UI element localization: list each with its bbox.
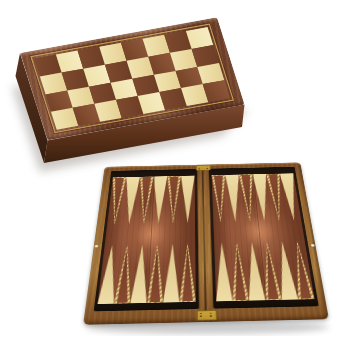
backgammon-left-half — [94, 169, 200, 311]
fold-seam — [202, 167, 207, 311]
point-triangle — [180, 176, 195, 224]
backgammon-point-solid — [130, 244, 150, 303]
backgammon-right-half — [208, 167, 319, 309]
clasp-pin-right — [311, 244, 315, 247]
inner-wall-right-half — [209, 167, 319, 309]
clasp-pin-left — [94, 245, 98, 248]
backgammon-point-solid — [180, 176, 195, 224]
closed-case-lid — [20, 17, 245, 140]
point-triangle — [130, 244, 150, 303]
product-photo-scene — [0, 0, 352, 352]
point-triangle — [163, 244, 180, 303]
points-row-right-top — [212, 173, 302, 222]
backgammon-point-outlined — [166, 176, 181, 224]
point-triangle — [151, 176, 167, 224]
points-row-right-bottom — [214, 241, 314, 302]
playing-field-left — [98, 176, 196, 304]
brass-hinge-far — [196, 165, 211, 171]
brass-hinge-near — [197, 310, 217, 320]
points-row-left-top — [107, 176, 195, 225]
backgammon-point-outlined — [179, 243, 195, 302]
backgammon-point-outlined — [147, 244, 165, 303]
points-row-left-bottom — [98, 243, 196, 304]
backgammon-point-solid — [151, 176, 167, 224]
open-case-wrapper — [83, 162, 329, 324]
backgammon-board — [83, 162, 329, 324]
chess-square — [203, 80, 230, 102]
backgammon-point-solid — [163, 244, 180, 303]
backgammon-point-outlined — [136, 177, 153, 225]
chessboard — [34, 27, 230, 130]
inner-wall-left-half — [94, 169, 199, 311]
playing-field-right — [212, 173, 315, 301]
